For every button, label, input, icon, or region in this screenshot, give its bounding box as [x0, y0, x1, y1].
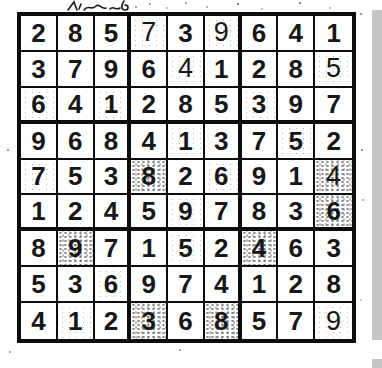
sudoku-cell-r2c5[interactable]: 4	[168, 52, 205, 88]
sudoku-cell-r9c7[interactable]: 5	[242, 303, 279, 339]
sudoku-cell-r1c2[interactable]: 8	[58, 16, 95, 52]
sudoku-cell-r5c2[interactable]: 5	[58, 160, 95, 196]
sudoku-cell-r6c7[interactable]: 8	[242, 195, 279, 231]
sudoku-cell-r7c6[interactable]: 2	[205, 231, 242, 267]
sudoku-cell-r4c2[interactable]: 6	[58, 124, 95, 160]
sudoku-cell-r2c7[interactable]: 2	[242, 52, 279, 88]
sudoku-cell-r3c5[interactable]: 8	[168, 88, 205, 124]
sudoku-board: 2857396413796412856412853979684137527538…	[17, 12, 356, 343]
sudoku-cell-r4c1[interactable]: 9	[21, 124, 58, 160]
sudoku-cell-r4c9[interactable]: 2	[315, 124, 352, 160]
sudoku-cell-r1c1[interactable]: 2	[21, 16, 58, 52]
sudoku-cell-r3c2[interactable]: 4	[58, 88, 95, 124]
sudoku-cell-r3c8[interactable]: 9	[278, 88, 315, 124]
sudoku-cell-r4c7[interactable]: 7	[242, 124, 279, 160]
sudoku-cell-r3c9[interactable]: 7	[315, 88, 352, 124]
sudoku-cell-r4c3[interactable]: 8	[95, 124, 132, 160]
handwriting-scribble	[66, 0, 216, 12]
sudoku-cell-r5c3[interactable]: 3	[95, 160, 132, 196]
sudoku-cell-r6c2[interactable]: 2	[58, 195, 95, 231]
sudoku-cell-r6c8[interactable]: 3	[278, 195, 315, 231]
sudoku-cell-r9c6[interactable]: 8	[205, 303, 242, 339]
sudoku-cell-r9c3[interactable]: 2	[95, 303, 132, 339]
sudoku-cell-r8c3[interactable]: 6	[95, 267, 132, 303]
sudoku-cell-r3c6[interactable]: 5	[205, 88, 242, 124]
sudoku-cell-r5c9[interactable]: 4	[315, 160, 352, 196]
scrollbar-segment-bottom[interactable]	[372, 359, 382, 368]
sudoku-cell-r2c1[interactable]: 3	[21, 52, 58, 88]
sudoku-cell-r1c4[interactable]: 7	[131, 16, 168, 52]
sudoku-cell-r9c4[interactable]: 3	[131, 303, 168, 339]
sudoku-cell-r6c6[interactable]: 7	[205, 195, 242, 231]
sudoku-cell-r8c2[interactable]: 3	[58, 267, 95, 303]
sudoku-cell-r5c7[interactable]: 9	[242, 160, 279, 196]
sudoku-cell-r6c3[interactable]: 4	[95, 195, 132, 231]
sudoku-cell-r5c8[interactable]: 1	[278, 160, 315, 196]
sudoku-cell-r6c5[interactable]: 9	[168, 195, 205, 231]
sudoku-cell-r3c3[interactable]: 1	[95, 88, 132, 124]
sudoku-cell-r1c6[interactable]: 9	[205, 16, 242, 52]
sudoku-cell-r1c3[interactable]: 5	[95, 16, 132, 52]
sudoku-cell-r4c5[interactable]: 1	[168, 124, 205, 160]
sudoku-cell-r2c2[interactable]: 7	[58, 52, 95, 88]
scrollbar-thumb[interactable]	[372, 10, 382, 340]
sudoku-cell-r7c8[interactable]: 6	[278, 231, 315, 267]
sudoku-cell-r1c8[interactable]: 4	[278, 16, 315, 52]
sudoku-cell-r2c3[interactable]: 9	[95, 52, 132, 88]
sudoku-cell-r6c9[interactable]: 6	[315, 195, 352, 231]
sudoku-cell-r4c6[interactable]: 3	[205, 124, 242, 160]
sudoku-cell-r1c5[interactable]: 3	[168, 16, 205, 52]
sudoku-cell-r7c7[interactable]: 4	[242, 231, 279, 267]
sudoku-cell-r2c9[interactable]: 5	[315, 52, 352, 88]
sudoku-cell-r8c9[interactable]: 8	[315, 267, 352, 303]
sudoku-cell-r8c6[interactable]: 4	[205, 267, 242, 303]
sudoku-cell-r4c4[interactable]: 4	[131, 124, 168, 160]
sudoku-cell-r5c5[interactable]: 2	[168, 160, 205, 196]
sudoku-cell-r3c7[interactable]: 3	[242, 88, 279, 124]
sudoku-cell-r7c3[interactable]: 7	[95, 231, 132, 267]
sudoku-cell-r7c1[interactable]: 8	[21, 231, 58, 267]
sudoku-cell-r3c1[interactable]: 6	[21, 88, 58, 124]
sudoku-cell-r8c1[interactable]: 5	[21, 267, 58, 303]
sudoku-cell-r5c6[interactable]: 6	[205, 160, 242, 196]
sudoku-cell-r6c4[interactable]: 5	[131, 195, 168, 231]
sudoku-cell-r9c1[interactable]: 4	[21, 303, 58, 339]
sudoku-cell-r8c5[interactable]: 7	[168, 267, 205, 303]
sudoku-cell-r2c6[interactable]: 1	[205, 52, 242, 88]
sudoku-cell-r2c4[interactable]: 6	[131, 52, 168, 88]
sudoku-cell-r4c8[interactable]: 5	[278, 124, 315, 160]
sudoku-cell-r1c9[interactable]: 1	[315, 16, 352, 52]
sudoku-cell-r2c8[interactable]: 8	[278, 52, 315, 88]
sudoku-cell-r7c4[interactable]: 1	[131, 231, 168, 267]
sudoku-cell-r8c8[interactable]: 2	[278, 267, 315, 303]
sudoku-cell-r7c5[interactable]: 5	[168, 231, 205, 267]
sudoku-cell-r5c1[interactable]: 7	[21, 160, 58, 196]
sudoku-cell-r9c2[interactable]: 1	[58, 303, 95, 339]
sudoku-cell-r9c5[interactable]: 6	[168, 303, 205, 339]
sudoku-cell-r8c4[interactable]: 9	[131, 267, 168, 303]
sudoku-cell-r5c4[interactable]: 8	[131, 160, 168, 196]
sudoku-cell-r1c7[interactable]: 6	[242, 16, 279, 52]
sudoku-cell-r9c9[interactable]: 9	[315, 303, 352, 339]
sudoku-cell-r3c4[interactable]: 2	[131, 88, 168, 124]
sudoku-cell-r7c9[interactable]: 3	[315, 231, 352, 267]
sudoku-cell-r8c7[interactable]: 1	[242, 267, 279, 303]
sudoku-cell-r6c1[interactable]: 1	[21, 195, 58, 231]
sudoku-cell-r7c2[interactable]: 9	[58, 231, 95, 267]
sudoku-cell-r9c8[interactable]: 7	[278, 303, 315, 339]
